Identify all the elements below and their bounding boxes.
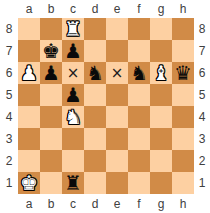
rank-label-right-6: 6 <box>194 62 210 84</box>
square-f5[interactable] <box>128 84 150 106</box>
square-g5[interactable] <box>150 84 172 106</box>
square-c2[interactable] <box>62 150 84 172</box>
square-h1[interactable] <box>172 172 194 194</box>
square-d7[interactable] <box>84 40 106 62</box>
square-d3[interactable] <box>84 128 106 150</box>
square-e3[interactable] <box>106 128 128 150</box>
square-c8[interactable]: ♜︎ <box>62 18 84 40</box>
square-a6[interactable]: ♟︎ <box>18 62 40 84</box>
rank-label-right-3: 3 <box>194 128 210 150</box>
file-label-bottom-c: c <box>62 194 84 213</box>
square-a3[interactable] <box>18 128 40 150</box>
file-label-top-g: g <box>150 0 172 18</box>
square-c1[interactable]: ♜︎ <box>62 172 84 194</box>
piece-black-king[interactable]: ♚︎ <box>42 40 60 62</box>
square-f7[interactable] <box>128 40 150 62</box>
square-e5[interactable] <box>106 84 128 106</box>
square-c6[interactable]: × <box>62 62 84 84</box>
square-e2[interactable] <box>106 150 128 172</box>
rank-label-right-8: 8 <box>194 18 210 40</box>
square-g1[interactable] <box>150 172 172 194</box>
square-f8[interactable] <box>128 18 150 40</box>
piece-white-pawn[interactable]: ♟︎ <box>20 62 38 84</box>
file-label-top-a: a <box>18 0 40 18</box>
file-label-top-c: c <box>62 0 84 18</box>
file-label-bottom-g: g <box>150 194 172 213</box>
square-b8[interactable] <box>40 18 62 40</box>
square-c5[interactable]: ♟︎ <box>62 84 84 106</box>
square-b7[interactable]: ♚︎ <box>40 40 62 62</box>
rank-label-left-5: 5 <box>0 84 18 106</box>
square-c3[interactable] <box>62 128 84 150</box>
rank-label-right-4: 4 <box>194 106 210 128</box>
square-g3[interactable] <box>150 128 172 150</box>
square-c4[interactable]: ♞︎ <box>62 106 84 128</box>
square-f1[interactable] <box>128 172 150 194</box>
rank-label-left-3: 3 <box>0 128 18 150</box>
file-label-bottom-b: b <box>40 194 62 213</box>
file-label-bottom-a: a <box>18 194 40 213</box>
square-b5[interactable] <box>40 84 62 106</box>
file-label-top-h: h <box>172 0 194 18</box>
rank-label-right-1: 1 <box>194 172 210 194</box>
piece-white-bishop[interactable]: ♝︎ <box>152 62 170 84</box>
square-h7[interactable] <box>172 40 194 62</box>
piece-white-king[interactable]: ♚︎ <box>20 172 38 194</box>
square-g4[interactable] <box>150 106 172 128</box>
piece-black-pawn[interactable]: ♟︎ <box>64 84 82 106</box>
square-h6[interactable]: ♛︎ <box>172 62 194 84</box>
piece-black-knight[interactable]: ♞︎ <box>130 62 148 84</box>
square-b1[interactable] <box>40 172 62 194</box>
corner-top-left <box>0 0 18 18</box>
square-h4[interactable] <box>172 106 194 128</box>
file-label-bottom-h: h <box>172 194 194 213</box>
file-label-top-d: d <box>84 0 106 18</box>
square-h8[interactable] <box>172 18 194 40</box>
square-d8[interactable] <box>84 18 106 40</box>
rank-label-right-5: 5 <box>194 84 210 106</box>
square-e1[interactable] <box>106 172 128 194</box>
file-label-top-f: f <box>128 0 150 18</box>
square-g7[interactable] <box>150 40 172 62</box>
corner-top-right <box>194 0 210 18</box>
x-marker-c6: × <box>67 62 80 84</box>
square-a2[interactable] <box>18 150 40 172</box>
square-d6[interactable]: ♞︎ <box>84 62 106 84</box>
file-label-top-b: b <box>40 0 62 18</box>
square-f4[interactable] <box>128 106 150 128</box>
piece-white-knight[interactable]: ♞︎ <box>64 106 82 128</box>
square-b6[interactable]: ♟︎ <box>40 62 62 84</box>
square-f2[interactable] <box>128 150 150 172</box>
square-g8[interactable] <box>150 18 172 40</box>
square-f3[interactable] <box>128 128 150 150</box>
file-label-top-e: e <box>106 0 128 18</box>
piece-black-rook[interactable]: ♜︎ <box>64 172 82 194</box>
piece-black-pawn[interactable]: ♟︎ <box>42 62 60 84</box>
square-e8[interactable] <box>106 18 128 40</box>
rank-label-left-6: 6 <box>0 62 18 84</box>
square-h3[interactable] <box>172 128 194 150</box>
rank-label-left-1: 1 <box>0 172 18 194</box>
file-label-bottom-d: d <box>84 194 106 213</box>
square-b4[interactable] <box>40 106 62 128</box>
square-d2[interactable] <box>84 150 106 172</box>
square-g6[interactable]: ♝︎ <box>150 62 172 84</box>
square-g2[interactable] <box>150 150 172 172</box>
rank-label-right-7: 7 <box>194 40 210 62</box>
square-e6[interactable]: × <box>106 62 128 84</box>
rank-label-right-2: 2 <box>194 150 210 172</box>
square-a7[interactable] <box>18 40 40 62</box>
square-e7[interactable] <box>106 40 128 62</box>
square-f6[interactable]: ♞︎ <box>128 62 150 84</box>
square-d5[interactable] <box>84 84 106 106</box>
corner-bottom-left <box>0 194 18 213</box>
square-b3[interactable] <box>40 128 62 150</box>
square-a8[interactable] <box>18 18 40 40</box>
piece-black-pawn[interactable]: ♟︎ <box>64 40 82 62</box>
rank-label-left-8: 8 <box>0 18 18 40</box>
piece-black-knight[interactable]: ♞︎ <box>86 62 104 84</box>
square-h5[interactable] <box>172 84 194 106</box>
piece-black-queen[interactable]: ♛︎ <box>174 62 192 84</box>
corner-bottom-right <box>194 194 210 213</box>
square-c7[interactable]: ♟︎ <box>62 40 84 62</box>
square-a1[interactable]: ♚︎ <box>18 172 40 194</box>
square-a5[interactable] <box>18 84 40 106</box>
square-b2[interactable] <box>40 150 62 172</box>
file-label-bottom-f: f <box>128 194 150 213</box>
square-e4[interactable] <box>106 106 128 128</box>
square-h2[interactable] <box>172 150 194 172</box>
square-d4[interactable] <box>84 106 106 128</box>
file-label-bottom-e: e <box>106 194 128 213</box>
rank-label-left-4: 4 <box>0 106 18 128</box>
piece-white-rook[interactable]: ♜︎ <box>64 18 82 40</box>
square-a4[interactable] <box>18 106 40 128</box>
rank-label-left-7: 7 <box>0 40 18 62</box>
x-marker-e6: × <box>111 62 124 84</box>
rank-label-left-2: 2 <box>0 150 18 172</box>
chess-board: abcdefgh8♜︎87♚︎♟︎76♟︎♟︎×♞︎×♞︎♝︎♛︎65♟︎54♞… <box>0 0 210 213</box>
square-d1[interactable] <box>84 172 106 194</box>
